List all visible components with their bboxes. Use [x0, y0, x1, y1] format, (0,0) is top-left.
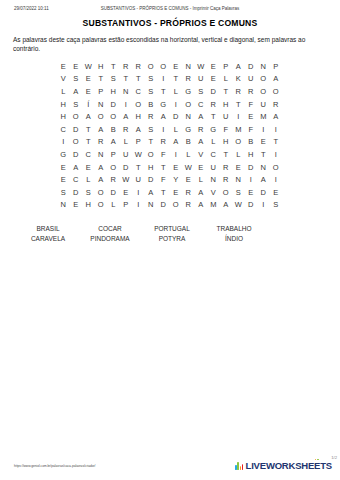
grid-cell[interactable]: R: [120, 60, 133, 73]
grid-cell[interactable]: I: [270, 123, 283, 136]
grid-cell[interactable]: O: [107, 161, 120, 174]
grid-cell[interactable]: R: [95, 136, 108, 149]
grid-cell[interactable]: P: [120, 199, 133, 212]
grid-cell[interactable]: V: [207, 186, 220, 199]
grid-cell[interactable]: I: [57, 136, 70, 149]
grid-cell[interactable]: A: [195, 110, 208, 123]
grid-cell[interactable]: T: [220, 148, 233, 161]
grid-cell[interactable]: N: [182, 60, 195, 73]
grid-cell[interactable]: R: [245, 85, 258, 98]
grid-cell[interactable]: I: [232, 110, 245, 123]
grid-cell[interactable]: N: [182, 110, 195, 123]
grid-cell[interactable]: L: [232, 148, 245, 161]
grid-cell[interactable]: F: [157, 148, 170, 161]
grid-cell[interactable]: R: [157, 136, 170, 149]
grid-cell[interactable]: A: [195, 186, 208, 199]
grid-cell[interactable]: M: [207, 199, 220, 212]
logo-bar-red: [242, 464, 244, 470]
grid-cell[interactable]: S: [107, 73, 120, 86]
grid-cell[interactable]: R: [270, 98, 283, 111]
grid-cell[interactable]: S: [57, 186, 70, 199]
grid-cell[interactable]: E: [70, 60, 83, 73]
grid-cell[interactable]: E: [120, 186, 133, 199]
grid-cell[interactable]: O: [70, 136, 83, 149]
grid-cell[interactable]: E: [82, 161, 95, 174]
grid-cell[interactable]: E: [170, 60, 183, 73]
grid-cell[interactable]: A: [70, 85, 83, 98]
grid-cell[interactable]: O: [270, 161, 283, 174]
grid-cell[interactable]: D: [207, 85, 220, 98]
grid-cell[interactable]: T: [95, 73, 108, 86]
grid-cell[interactable]: O: [182, 98, 195, 111]
grid-cell[interactable]: U: [207, 161, 220, 174]
word-search-grid: EEWHTRROOENWEPADNPVSETSTTSITRUELKUOALAEP…: [57, 60, 282, 211]
grid-cell[interactable]: T: [157, 186, 170, 199]
grid-cell[interactable]: K: [232, 73, 245, 86]
grid-cell[interactable]: H: [107, 85, 120, 98]
grid-cell[interactable]: S: [145, 85, 158, 98]
grid-cell[interactable]: O: [257, 73, 270, 86]
grid-cell[interactable]: A: [257, 173, 270, 186]
grid-cell[interactable]: O: [157, 60, 170, 73]
grid-cell[interactable]: O: [95, 186, 108, 199]
grid-cell[interactable]: D: [157, 199, 170, 212]
grid-cell[interactable]: W: [195, 60, 208, 73]
grid-cell[interactable]: E: [270, 186, 283, 199]
grid-cell[interactable]: I: [132, 199, 145, 212]
grid-cell[interactable]: I: [120, 98, 133, 111]
grid-cell[interactable]: I: [245, 173, 258, 186]
grid-cell[interactable]: A: [157, 110, 170, 123]
grid-cell[interactable]: E: [82, 73, 95, 86]
grid-cell[interactable]: H: [145, 161, 158, 174]
grid-cell[interactable]: D: [70, 186, 83, 199]
grid-cell[interactable]: G: [157, 98, 170, 111]
grid-cell[interactable]: U: [195, 73, 208, 86]
grid-cell[interactable]: H: [132, 110, 145, 123]
print-header: 29/07/2022 10:11 SUBSTANTIVOS - PRÓPRIOS…: [0, 6, 340, 14]
grid-cell[interactable]: O: [132, 98, 145, 111]
grid-cell[interactable]: F: [245, 123, 258, 136]
grid-cell[interactable]: E: [70, 199, 83, 212]
grid-cell[interactable]: T: [220, 85, 233, 98]
grid-cell[interactable]: R: [182, 199, 195, 212]
grid-cell[interactable]: O: [170, 199, 183, 212]
grid-cell[interactable]: I: [257, 123, 270, 136]
page-indicator: 1/2: [331, 455, 337, 460]
grid-cell[interactable]: A: [170, 136, 183, 149]
instructions-text: As palavras deste caça palavras estão es…: [13, 35, 331, 53]
grid-cell[interactable]: U: [132, 173, 145, 186]
page-title: SUBSTANTIVOS - PRÓPRIOS E COMUNS: [0, 18, 340, 28]
grid-cell[interactable]: P: [132, 136, 145, 149]
grid-cell[interactable]: F: [220, 123, 233, 136]
grid-cell[interactable]: E: [257, 136, 270, 149]
grid-cell[interactable]: I: [157, 123, 170, 136]
grid-cell[interactable]: E: [182, 173, 195, 186]
grid-cell[interactable]: P: [107, 148, 120, 161]
grid-cell[interactable]: W: [120, 173, 133, 186]
grid-cell[interactable]: A: [195, 136, 208, 149]
grid-cell[interactable]: B: [107, 123, 120, 136]
grid-cell[interactable]: O: [270, 85, 283, 98]
grid-cell[interactable]: N: [145, 199, 158, 212]
grid-cell[interactable]: S: [82, 186, 95, 199]
grid-cell[interactable]: E: [57, 173, 70, 186]
grid-cell[interactable]: D: [145, 173, 158, 186]
grid-cell[interactable]: D: [120, 161, 133, 174]
grid-cell[interactable]: A: [95, 123, 108, 136]
grid-cell[interactable]: A: [132, 123, 145, 136]
word-list-item: ÍNDIO: [203, 235, 265, 242]
grid-cell[interactable]: R: [120, 123, 133, 136]
grid-cell[interactable]: E: [57, 161, 70, 174]
grid-cell[interactable]: H: [57, 98, 70, 111]
word-list-item: POTYRA: [141, 235, 203, 242]
grid-cell[interactable]: L: [195, 173, 208, 186]
grid-cell[interactable]: T: [107, 60, 120, 73]
grid-cell[interactable]: O: [232, 136, 245, 149]
word-list-item: CARAVELA: [17, 235, 79, 242]
grid-cell[interactable]: O: [145, 60, 158, 73]
grid-cell[interactable]: C: [57, 123, 70, 136]
grid-cell[interactable]: N: [95, 98, 108, 111]
liveworksheets-logo: LIVEWORKSHEETS: [235, 460, 332, 471]
grid-cell[interactable]: N: [57, 199, 70, 212]
bar-chart-icon: [235, 462, 244, 470]
grid-cell[interactable]: P: [270, 60, 283, 73]
grid-cell[interactable]: V: [195, 148, 208, 161]
grid-cell[interactable]: I: [270, 148, 283, 161]
grid-cell[interactable]: A: [70, 161, 83, 174]
grid-cell[interactable]: B: [182, 136, 195, 149]
grid-cell[interactable]: T: [270, 136, 283, 149]
grid-cell[interactable]: E: [82, 85, 95, 98]
grid-cell[interactable]: L: [82, 173, 95, 186]
grid-cell[interactable]: H: [220, 98, 233, 111]
word-list-item: PINDORAMA: [79, 235, 141, 242]
grid-cell[interactable]: T: [232, 98, 245, 111]
grid-cell[interactable]: O: [95, 199, 108, 212]
grid-cell[interactable]: R: [145, 110, 158, 123]
grid-cell[interactable]: S: [70, 73, 83, 86]
grid-cell[interactable]: S: [145, 123, 158, 136]
grid-cell[interactable]: T: [257, 148, 270, 161]
logo-e-dot-green: [317, 459, 318, 460]
grid-cell[interactable]: E: [232, 161, 245, 174]
grid-cell[interactable]: L: [57, 85, 70, 98]
grid-cell[interactable]: D: [245, 161, 258, 174]
grid-cell[interactable]: B: [145, 98, 158, 111]
grid-cell[interactable]: O: [145, 148, 158, 161]
grid-cell[interactable]: S: [195, 85, 208, 98]
grid-cell[interactable]: T: [132, 73, 145, 86]
grid-cell[interactable]: I: [157, 73, 170, 86]
grid-cell[interactable]: N: [257, 60, 270, 73]
grid-cell[interactable]: O: [107, 110, 120, 123]
worksheet-page: { "game": "word-search (caça palavras)",…: [0, 0, 340, 480]
grid-cell[interactable]: U: [220, 110, 233, 123]
grid-cell[interactable]: T: [207, 110, 220, 123]
grid-cell[interactable]: C: [207, 148, 220, 161]
grid-cell[interactable]: D: [107, 98, 120, 111]
grid-cell[interactable]: L: [107, 199, 120, 212]
grid-cell[interactable]: L: [120, 136, 133, 149]
grid-cell[interactable]: L: [220, 73, 233, 86]
grid-cell[interactable]: I: [132, 186, 145, 199]
grid-cell[interactable]: T: [82, 123, 95, 136]
grid-cell[interactable]: R: [182, 73, 195, 86]
grid-cell[interactable]: L: [182, 148, 195, 161]
grid-cell[interactable]: N: [232, 173, 245, 186]
grid-cell[interactable]: S: [232, 186, 245, 199]
grid-cell[interactable]: P: [95, 85, 108, 98]
grid-cell[interactable]: A: [195, 199, 208, 212]
grid-cell[interactable]: G: [207, 123, 220, 136]
source-url: https://www.geniol.com.br/palavras/caca-…: [14, 464, 96, 468]
grid-cell[interactable]: A: [95, 161, 108, 174]
grid-cell[interactable]: D: [170, 110, 183, 123]
grid-cell[interactable]: C: [132, 85, 145, 98]
grid-cell[interactable]: U: [120, 148, 133, 161]
grid-cell[interactable]: T: [170, 73, 183, 86]
grid-cell[interactable]: P: [220, 60, 233, 73]
grid-cell[interactable]: A: [107, 136, 120, 149]
grid-cell[interactable]: U: [245, 73, 258, 86]
grid-cell[interactable]: E: [245, 110, 258, 123]
grid-cell[interactable]: A: [95, 173, 108, 186]
grid-cell[interactable]: L: [170, 123, 183, 136]
grid-cell[interactable]: E: [195, 161, 208, 174]
grid-cell[interactable]: T: [132, 161, 145, 174]
logo-bar-orange: [240, 466, 242, 470]
grid-cell[interactable]: O: [95, 110, 108, 123]
grid-cell[interactable]: Y: [170, 173, 183, 186]
grid-cell[interactable]: A: [270, 110, 283, 123]
grid-cell[interactable]: W: [182, 161, 195, 174]
grid-cell[interactable]: A: [145, 186, 158, 199]
grid-cell[interactable]: C: [82, 148, 95, 161]
grid-cell[interactable]: B: [245, 136, 258, 149]
grid-cell[interactable]: T: [145, 136, 158, 149]
grid-cell[interactable]: A: [82, 110, 95, 123]
grid-cell[interactable]: L: [170, 85, 183, 98]
grid-cell[interactable]: C: [195, 98, 208, 111]
grid-cell[interactable]: R: [220, 173, 233, 186]
grid-cell[interactable]: O: [220, 186, 233, 199]
grid-cell[interactable]: E: [207, 60, 220, 73]
grid-cell[interactable]: W: [132, 148, 145, 161]
grid-cell[interactable]: R: [232, 85, 245, 98]
grid-cell[interactable]: T: [157, 85, 170, 98]
grid-cell[interactable]: Í: [82, 98, 95, 111]
grid-cell[interactable]: E: [170, 186, 183, 199]
word-list-item: TRABALHO: [203, 225, 265, 232]
logo-text: LIVEWORKSHEETS: [246, 460, 332, 471]
grid-cell[interactable]: L: [207, 136, 220, 149]
grid-cell[interactable]: N: [207, 173, 220, 186]
grid-cell[interactable]: S: [70, 98, 83, 111]
grid-cell[interactable]: G: [182, 123, 195, 136]
grid-cell[interactable]: R: [182, 186, 195, 199]
grid-cell[interactable]: R: [132, 60, 145, 73]
grid-cell[interactable]: H: [245, 148, 258, 161]
grid-cell[interactable]: A: [220, 199, 233, 212]
grid-cell[interactable]: W: [232, 199, 245, 212]
grid-cell[interactable]: E: [170, 161, 183, 174]
grid-cell[interactable]: H: [82, 199, 95, 212]
grid-cell[interactable]: I: [270, 173, 283, 186]
grid-cell[interactable]: T: [157, 161, 170, 174]
grid-cell[interactable]: I: [170, 98, 183, 111]
print-document-title: SUBSTANTIVOS - PRÓPRIOS E COMUNS - Impri…: [40, 6, 300, 11]
grid-cell[interactable]: G: [182, 85, 195, 98]
grid-cell[interactable]: M: [257, 110, 270, 123]
grid-cell[interactable]: E: [245, 186, 258, 199]
word-list: BRASILCOCARPORTUGALTRABALHOCARAVELAPINDO…: [17, 225, 265, 242]
grid-cell[interactable]: S: [145, 73, 158, 86]
grid-cell[interactable]: E: [207, 73, 220, 86]
grid-cell[interactable]: I: [257, 199, 270, 212]
grid-cell[interactable]: N: [120, 85, 133, 98]
grid-cell[interactable]: A: [120, 110, 133, 123]
grid-cell[interactable]: H: [95, 60, 108, 73]
grid-cell[interactable]: H: [57, 110, 70, 123]
grid-cell[interactable]: S: [270, 199, 283, 212]
grid-cell[interactable]: T: [120, 73, 133, 86]
grid-cell[interactable]: D: [257, 186, 270, 199]
grid-cell[interactable]: I: [170, 148, 183, 161]
word-list-item: BRASIL: [17, 225, 79, 232]
grid-cell[interactable]: E: [57, 60, 70, 73]
grid-cell[interactable]: D: [107, 186, 120, 199]
word-list-item: PORTUGAL: [141, 225, 203, 232]
grid-cell[interactable]: R: [107, 173, 120, 186]
grid-cell[interactable]: R: [207, 98, 220, 111]
grid-cell[interactable]: C: [70, 173, 83, 186]
grid-cell[interactable]: O: [70, 110, 83, 123]
grid-cell[interactable]: T: [82, 136, 95, 149]
grid-cell[interactable]: M: [232, 123, 245, 136]
grid-cell[interactable]: H: [220, 136, 233, 149]
grid-cell[interactable]: N: [257, 161, 270, 174]
logo-bar-green: [237, 462, 239, 470]
grid-cell[interactable]: U: [257, 98, 270, 111]
grid-cell[interactable]: O: [257, 85, 270, 98]
word-list-item: COCAR: [79, 225, 141, 232]
grid-cell[interactable]: F: [157, 173, 170, 186]
grid-cell[interactable]: N: [95, 148, 108, 161]
grid-cell[interactable]: V: [57, 73, 70, 86]
grid-cell[interactable]: A: [270, 73, 283, 86]
grid-cell[interactable]: R: [220, 161, 233, 174]
grid-cell[interactable]: D: [70, 123, 83, 136]
grid-cell[interactable]: A: [232, 60, 245, 73]
grid-cell[interactable]: D: [245, 60, 258, 73]
grid-cell[interactable]: F: [245, 98, 258, 111]
grid-cell[interactable]: D: [245, 199, 258, 212]
grid-cell[interactable]: R: [195, 123, 208, 136]
grid-cell[interactable]: G: [57, 148, 70, 161]
grid-cell[interactable]: D: [70, 148, 83, 161]
grid-cell[interactable]: W: [82, 60, 95, 73]
